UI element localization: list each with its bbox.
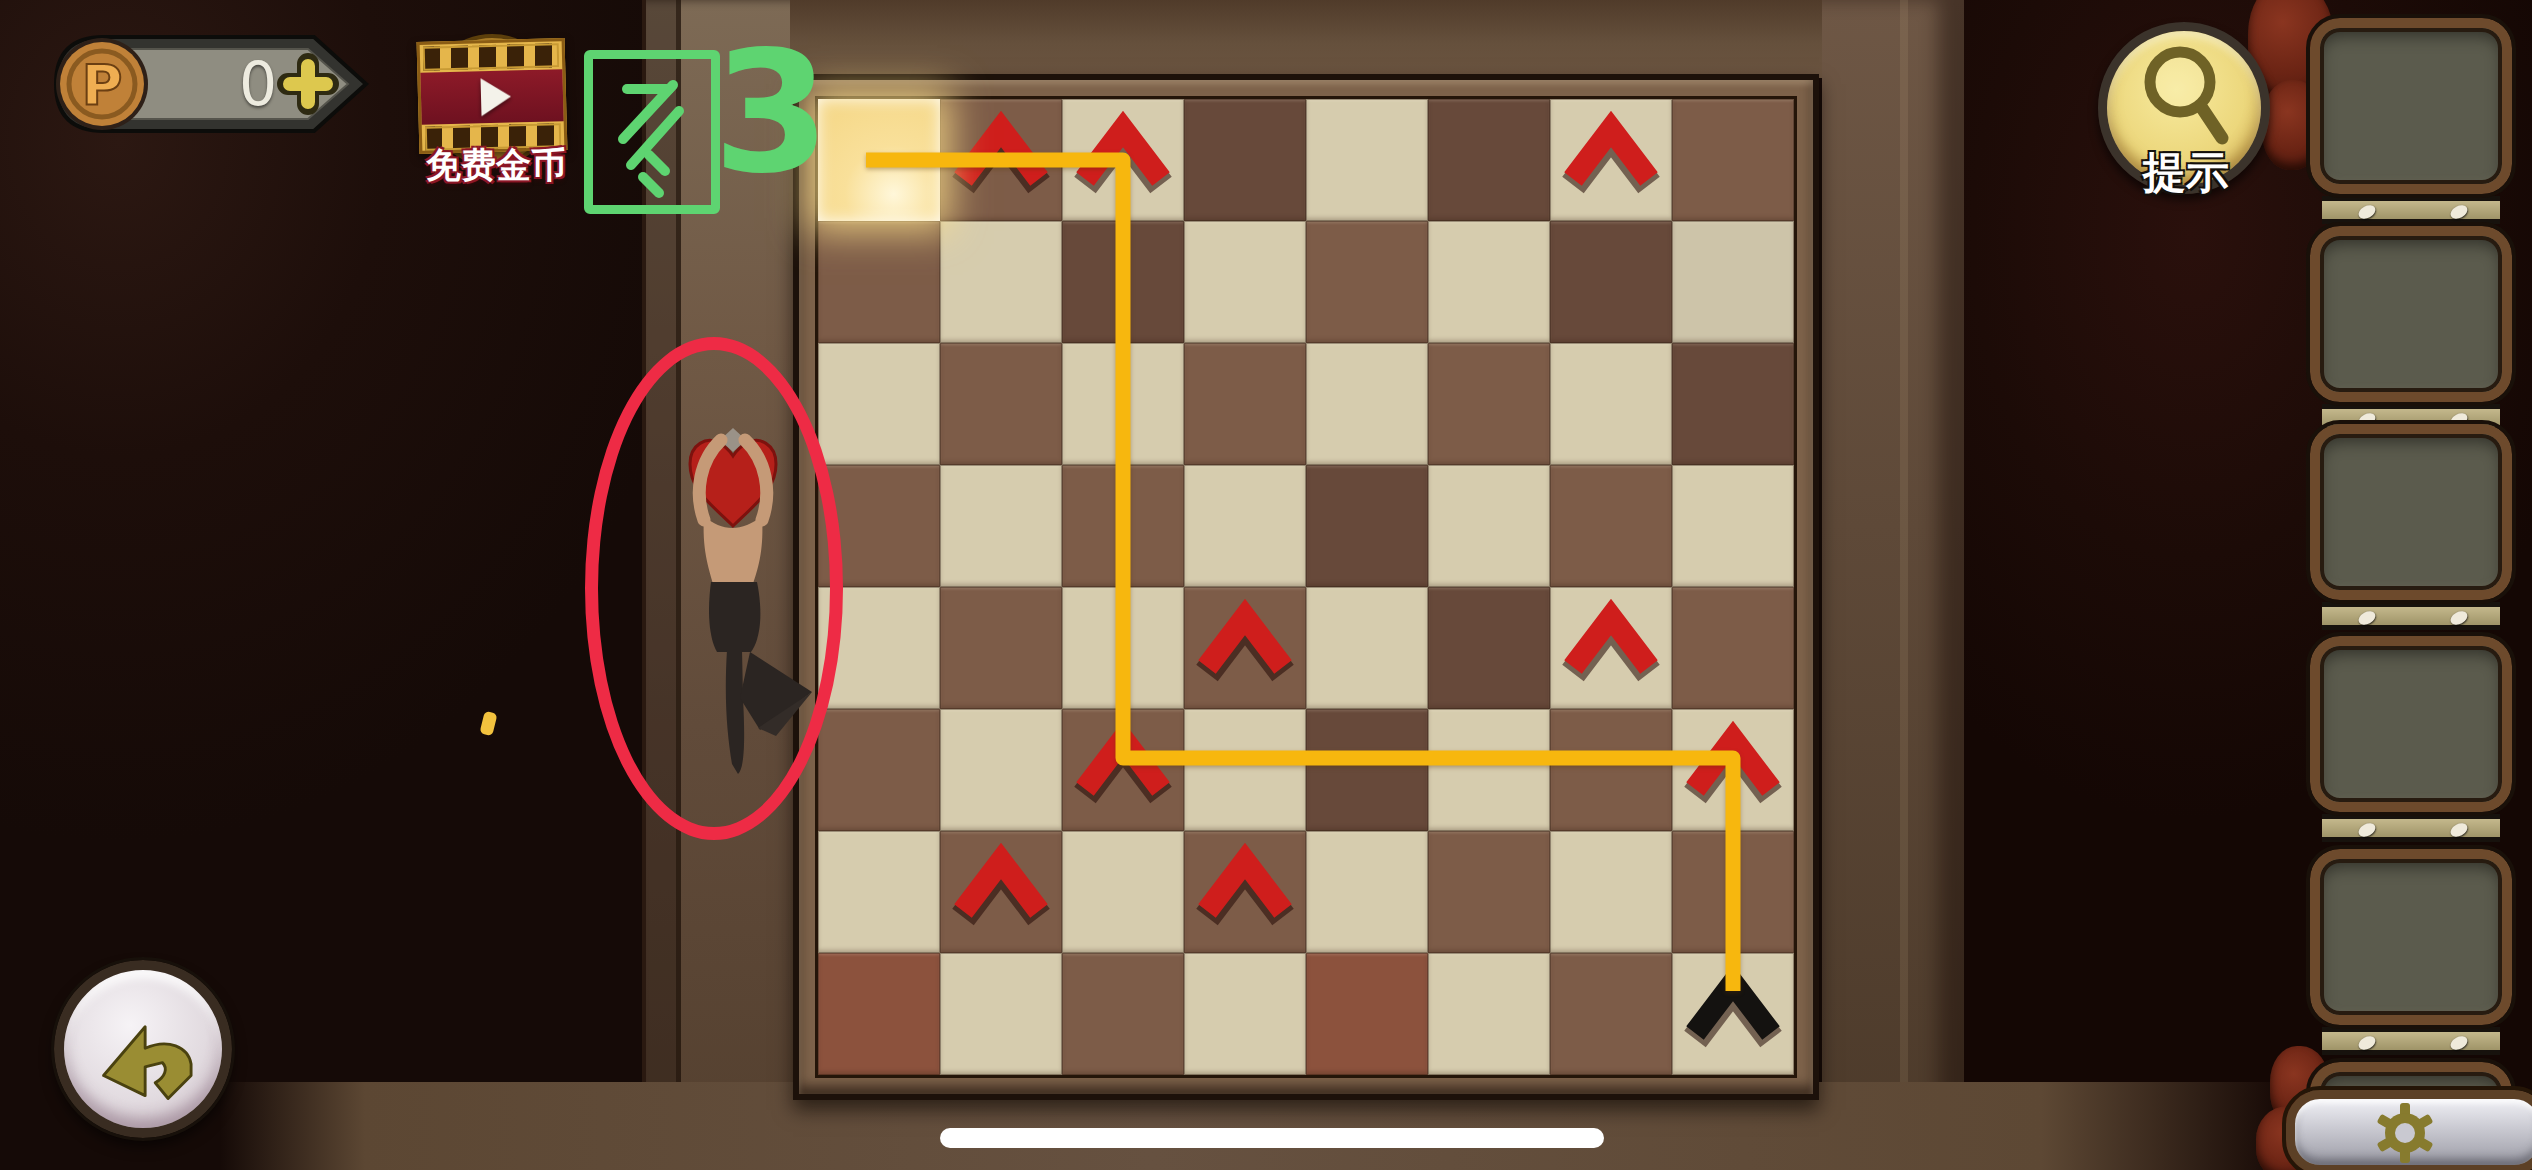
board-square[interactable] <box>1428 587 1550 709</box>
board-square[interactable] <box>1306 953 1428 1075</box>
wall-above-board <box>790 0 1965 78</box>
board-square[interactable] <box>940 709 1062 831</box>
red-chevron-icon <box>940 831 1062 953</box>
board-square[interactable] <box>1550 709 1672 831</box>
red-chevron-icon <box>940 99 1062 221</box>
board-square[interactable] <box>940 587 1062 709</box>
board-square[interactable] <box>1062 221 1184 343</box>
board-square[interactable] <box>1428 343 1550 465</box>
board-square[interactable] <box>1550 221 1672 343</box>
inventory-slot[interactable] <box>2310 849 2512 1025</box>
board-square[interactable] <box>1062 465 1184 587</box>
inventory-slot[interactable] <box>2310 636 2512 812</box>
inventory-slot[interactable] <box>2310 424 2512 600</box>
home-indicator[interactable] <box>940 1128 1604 1148</box>
board-square[interactable] <box>1306 709 1428 831</box>
board-square[interactable] <box>1672 221 1794 343</box>
board-square[interactable] <box>1306 465 1428 587</box>
slot-connector <box>2322 196 2500 224</box>
board-square[interactable] <box>1184 221 1306 343</box>
board-square[interactable] <box>1550 465 1672 587</box>
inventory-slot[interactable] <box>2310 18 2512 194</box>
coin-counter: P 0 <box>48 34 372 134</box>
start-square[interactable] <box>818 99 940 221</box>
board-square[interactable] <box>1550 953 1672 1075</box>
board-square[interactable] <box>940 99 1062 221</box>
board-square[interactable] <box>1306 831 1428 953</box>
free-coins-label: 免费金币 <box>394 142 598 189</box>
slot-connector <box>2322 1027 2500 1055</box>
board-square[interactable] <box>1062 343 1184 465</box>
red-chevron-icon <box>1062 99 1184 221</box>
p-coin-icon: P <box>81 52 122 117</box>
board-square[interactable] <box>1184 99 1306 221</box>
annotation-figure-label: 图 3 <box>575 35 835 215</box>
board-square[interactable] <box>1428 953 1550 1075</box>
board-square[interactable] <box>1062 99 1184 221</box>
board-square[interactable] <box>818 343 940 465</box>
board-square[interactable] <box>818 831 940 953</box>
board-square[interactable] <box>1672 99 1794 221</box>
board-square[interactable] <box>1428 221 1550 343</box>
red-chevron-icon <box>1672 709 1794 831</box>
board-square[interactable] <box>1672 831 1794 953</box>
gear-icon <box>2373 1101 2437 1165</box>
board-square[interactable] <box>1306 343 1428 465</box>
game-screen: 图 3 P 0 免费金币 <box>0 0 2532 1170</box>
board-square[interactable] <box>1184 587 1306 709</box>
slot-connector <box>2322 814 2500 842</box>
hint-button[interactable]: 提示 <box>2098 22 2274 198</box>
inventory-slot[interactable] <box>2310 226 2512 402</box>
free-coins-button[interactable]: 免费金币 <box>408 6 584 202</box>
board-square[interactable] <box>1184 465 1306 587</box>
board-square[interactable] <box>940 465 1062 587</box>
board-square[interactable] <box>1672 587 1794 709</box>
board-square[interactable] <box>1062 587 1184 709</box>
board-square[interactable] <box>1550 587 1672 709</box>
slot-connector <box>2322 602 2500 630</box>
board-square[interactable] <box>818 709 940 831</box>
board-square[interactable] <box>1184 343 1306 465</box>
board-square[interactable] <box>940 831 1062 953</box>
add-coins-button[interactable] <box>336 74 396 134</box>
annotation-red-ellipse <box>585 337 843 840</box>
board-square[interactable] <box>1672 953 1794 1075</box>
board-square[interactable] <box>1428 709 1550 831</box>
play-icon <box>481 78 512 117</box>
film-strip-icon <box>417 38 568 154</box>
board-square[interactable] <box>1672 465 1794 587</box>
board-square[interactable] <box>940 343 1062 465</box>
red-chevron-icon <box>1184 831 1306 953</box>
board-square[interactable] <box>1672 709 1794 831</box>
board-square[interactable] <box>1550 99 1672 221</box>
undo-button[interactable] <box>54 960 232 1138</box>
board-square[interactable] <box>940 221 1062 343</box>
board-square[interactable] <box>1062 831 1184 953</box>
red-chevron-icon <box>1062 709 1184 831</box>
magnifier-icon <box>2124 36 2248 160</box>
board-square[interactable] <box>818 953 940 1075</box>
coin-count: 0 <box>178 52 338 116</box>
board-square[interactable] <box>1550 343 1672 465</box>
figure-number: 3 <box>713 13 823 213</box>
undo-arrow-icon <box>82 988 204 1110</box>
board-square[interactable] <box>1428 831 1550 953</box>
board-square[interactable] <box>818 221 940 343</box>
board-square[interactable] <box>1428 465 1550 587</box>
red-chevron-icon <box>1550 99 1672 221</box>
wall-highlight <box>1900 0 1908 1170</box>
settings-button[interactable] <box>2286 1090 2532 1170</box>
figure-char-box: 图 <box>584 50 720 214</box>
board-square[interactable] <box>1184 953 1306 1075</box>
wall-right-of-board <box>1822 0 1976 1170</box>
film-holes-top <box>423 43 560 71</box>
puzzle-board[interactable] <box>818 99 1794 1075</box>
board-square[interactable] <box>1062 709 1184 831</box>
board-square[interactable] <box>1062 953 1184 1075</box>
board-square[interactable] <box>1184 709 1306 831</box>
red-chevron-icon <box>1550 587 1672 709</box>
hint-label: 提示 <box>2098 144 2274 202</box>
board-square[interactable] <box>940 953 1062 1075</box>
board-square[interactable] <box>1184 831 1306 953</box>
black-chevron-icon <box>1672 953 1794 1075</box>
red-chevron-icon <box>1184 587 1306 709</box>
board-square[interactable] <box>1550 831 1672 953</box>
board-square[interactable] <box>1428 99 1550 221</box>
board-square[interactable] <box>1306 221 1428 343</box>
board-square[interactable] <box>1672 343 1794 465</box>
board-square[interactable] <box>1306 99 1428 221</box>
board-square[interactable] <box>1306 587 1428 709</box>
